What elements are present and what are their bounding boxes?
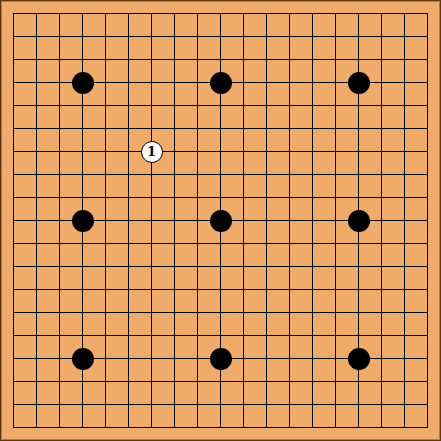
intersection xyxy=(186,393,209,416)
intersection xyxy=(94,163,117,186)
intersection xyxy=(278,186,301,209)
intersection xyxy=(416,163,439,186)
intersection xyxy=(301,255,324,278)
intersection xyxy=(255,416,278,439)
intersection xyxy=(94,393,117,416)
intersection xyxy=(232,140,255,163)
intersection xyxy=(71,347,94,370)
intersection xyxy=(186,324,209,347)
intersection xyxy=(232,255,255,278)
intersection xyxy=(301,163,324,186)
intersection xyxy=(2,232,25,255)
intersection xyxy=(255,370,278,393)
intersection xyxy=(209,186,232,209)
move-number-label: 1 xyxy=(147,145,156,158)
intersection xyxy=(71,117,94,140)
intersection xyxy=(347,393,370,416)
intersection xyxy=(416,301,439,324)
intersection xyxy=(25,370,48,393)
intersection xyxy=(393,347,416,370)
intersection xyxy=(232,209,255,232)
intersection xyxy=(416,209,439,232)
intersection xyxy=(278,301,301,324)
intersection xyxy=(48,25,71,48)
intersection xyxy=(209,117,232,140)
intersection xyxy=(94,71,117,94)
intersection xyxy=(370,186,393,209)
intersection xyxy=(232,324,255,347)
intersection xyxy=(117,163,140,186)
intersection xyxy=(71,393,94,416)
intersection xyxy=(25,48,48,71)
intersection xyxy=(71,94,94,117)
intersection xyxy=(117,71,140,94)
intersection xyxy=(232,163,255,186)
intersection xyxy=(140,393,163,416)
intersection xyxy=(370,370,393,393)
intersection xyxy=(186,347,209,370)
intersection xyxy=(278,71,301,94)
intersection xyxy=(232,186,255,209)
intersection xyxy=(25,140,48,163)
intersection xyxy=(393,117,416,140)
intersection xyxy=(163,94,186,117)
intersection xyxy=(416,393,439,416)
intersection xyxy=(301,94,324,117)
intersection xyxy=(94,416,117,439)
intersection xyxy=(186,255,209,278)
intersection xyxy=(140,163,163,186)
black-stone xyxy=(210,210,232,232)
intersection xyxy=(255,186,278,209)
intersection xyxy=(209,209,232,232)
intersection xyxy=(324,2,347,25)
intersection xyxy=(117,416,140,439)
intersection xyxy=(117,48,140,71)
intersection xyxy=(163,393,186,416)
intersection xyxy=(416,232,439,255)
intersection xyxy=(94,347,117,370)
intersection xyxy=(347,140,370,163)
intersection xyxy=(2,117,25,140)
intersection xyxy=(347,163,370,186)
intersection xyxy=(324,232,347,255)
intersection xyxy=(2,71,25,94)
intersection xyxy=(301,324,324,347)
intersection xyxy=(140,25,163,48)
intersection xyxy=(71,324,94,347)
intersection xyxy=(2,416,25,439)
intersection xyxy=(255,140,278,163)
intersection xyxy=(48,416,71,439)
intersection xyxy=(186,163,209,186)
intersection xyxy=(393,25,416,48)
intersection xyxy=(163,140,186,163)
intersection xyxy=(163,117,186,140)
intersection xyxy=(278,94,301,117)
intersection xyxy=(370,347,393,370)
intersection xyxy=(140,117,163,140)
intersection xyxy=(347,255,370,278)
intersection xyxy=(393,71,416,94)
intersection xyxy=(347,2,370,25)
intersection xyxy=(370,2,393,25)
intersection xyxy=(163,255,186,278)
intersection xyxy=(209,2,232,25)
intersection xyxy=(209,347,232,370)
intersection xyxy=(94,301,117,324)
intersection xyxy=(301,117,324,140)
intersection xyxy=(163,25,186,48)
black-stone xyxy=(72,72,94,94)
intersection xyxy=(71,255,94,278)
intersection xyxy=(25,2,48,25)
intersection xyxy=(163,232,186,255)
intersection xyxy=(255,117,278,140)
intersection xyxy=(324,393,347,416)
intersection xyxy=(48,94,71,117)
intersection xyxy=(48,255,71,278)
intersection xyxy=(278,48,301,71)
intersection xyxy=(232,416,255,439)
intersection xyxy=(94,324,117,347)
intersection xyxy=(117,324,140,347)
intersection xyxy=(416,370,439,393)
intersection xyxy=(186,25,209,48)
intersection xyxy=(301,25,324,48)
intersection xyxy=(347,25,370,48)
intersection xyxy=(416,416,439,439)
intersection xyxy=(301,301,324,324)
intersection xyxy=(2,370,25,393)
intersection xyxy=(71,140,94,163)
intersection xyxy=(186,94,209,117)
intersection xyxy=(2,278,25,301)
intersection xyxy=(2,255,25,278)
intersection xyxy=(370,94,393,117)
intersection xyxy=(140,186,163,209)
black-stone xyxy=(348,210,370,232)
intersection xyxy=(117,140,140,163)
intersection xyxy=(48,232,71,255)
intersection xyxy=(347,416,370,439)
intersection xyxy=(94,94,117,117)
intersection xyxy=(347,94,370,117)
intersection xyxy=(347,324,370,347)
intersection xyxy=(71,2,94,25)
intersection xyxy=(278,25,301,48)
intersection xyxy=(209,71,232,94)
intersection xyxy=(232,393,255,416)
intersection xyxy=(71,370,94,393)
intersection xyxy=(71,278,94,301)
intersection xyxy=(416,71,439,94)
black-stone xyxy=(348,348,370,370)
intersection xyxy=(94,186,117,209)
intersection xyxy=(71,232,94,255)
intersection xyxy=(71,25,94,48)
intersection xyxy=(232,370,255,393)
intersection xyxy=(370,393,393,416)
intersection xyxy=(324,301,347,324)
intersection xyxy=(186,209,209,232)
intersection xyxy=(25,94,48,117)
intersection xyxy=(301,48,324,71)
intersection xyxy=(393,94,416,117)
intersection xyxy=(2,94,25,117)
intersection xyxy=(117,117,140,140)
intersection xyxy=(370,324,393,347)
intersection xyxy=(186,140,209,163)
intersection xyxy=(140,2,163,25)
intersection xyxy=(347,209,370,232)
black-stone xyxy=(72,348,94,370)
intersection xyxy=(255,278,278,301)
intersection xyxy=(416,324,439,347)
intersection xyxy=(232,48,255,71)
intersection xyxy=(393,370,416,393)
intersection xyxy=(140,347,163,370)
intersection xyxy=(163,71,186,94)
intersection xyxy=(370,416,393,439)
intersection xyxy=(393,255,416,278)
intersection xyxy=(2,48,25,71)
intersection xyxy=(393,393,416,416)
intersection xyxy=(140,416,163,439)
intersection xyxy=(301,278,324,301)
black-stone xyxy=(348,72,370,94)
intersection xyxy=(94,25,117,48)
intersection xyxy=(278,140,301,163)
intersection xyxy=(140,278,163,301)
intersection xyxy=(48,48,71,71)
intersection xyxy=(48,71,71,94)
intersection xyxy=(25,117,48,140)
intersection xyxy=(232,278,255,301)
intersection xyxy=(71,301,94,324)
intersection xyxy=(25,186,48,209)
intersection xyxy=(393,209,416,232)
intersection xyxy=(278,2,301,25)
intersection xyxy=(140,232,163,255)
intersection xyxy=(163,163,186,186)
intersection xyxy=(324,255,347,278)
intersection xyxy=(2,347,25,370)
intersection xyxy=(25,347,48,370)
intersection xyxy=(324,163,347,186)
intersection xyxy=(347,186,370,209)
intersection xyxy=(48,347,71,370)
intersection xyxy=(2,163,25,186)
intersection xyxy=(25,255,48,278)
intersection xyxy=(301,370,324,393)
intersection xyxy=(301,140,324,163)
intersection xyxy=(255,301,278,324)
intersection xyxy=(117,278,140,301)
intersection xyxy=(301,347,324,370)
intersection xyxy=(209,324,232,347)
intersection xyxy=(71,186,94,209)
intersection xyxy=(94,2,117,25)
intersection xyxy=(25,416,48,439)
intersection xyxy=(186,71,209,94)
intersection xyxy=(186,232,209,255)
intersection xyxy=(140,370,163,393)
intersection xyxy=(2,301,25,324)
intersection xyxy=(186,2,209,25)
intersection xyxy=(140,94,163,117)
intersection xyxy=(347,232,370,255)
intersection xyxy=(140,324,163,347)
intersection xyxy=(25,71,48,94)
intersection xyxy=(48,393,71,416)
intersection xyxy=(117,301,140,324)
intersection xyxy=(370,163,393,186)
intersection xyxy=(347,347,370,370)
intersection xyxy=(416,25,439,48)
intersection xyxy=(163,48,186,71)
intersection xyxy=(71,163,94,186)
intersection xyxy=(2,25,25,48)
intersection xyxy=(94,232,117,255)
intersection xyxy=(301,186,324,209)
intersection xyxy=(278,209,301,232)
intersection xyxy=(2,186,25,209)
intersection xyxy=(370,48,393,71)
intersection xyxy=(117,232,140,255)
intersection xyxy=(324,140,347,163)
intersection xyxy=(117,255,140,278)
intersection xyxy=(232,347,255,370)
intersection xyxy=(2,393,25,416)
intersection xyxy=(255,347,278,370)
intersection xyxy=(324,94,347,117)
intersection xyxy=(324,370,347,393)
intersection xyxy=(278,232,301,255)
intersection xyxy=(370,255,393,278)
intersection xyxy=(140,71,163,94)
intersection xyxy=(416,94,439,117)
intersection xyxy=(48,324,71,347)
intersection xyxy=(25,324,48,347)
intersection xyxy=(255,324,278,347)
intersection xyxy=(393,301,416,324)
intersection xyxy=(324,347,347,370)
intersection xyxy=(255,25,278,48)
intersection xyxy=(186,370,209,393)
intersection xyxy=(48,209,71,232)
black-stone xyxy=(210,72,232,94)
intersection xyxy=(25,209,48,232)
intersection xyxy=(71,209,94,232)
intersection xyxy=(393,232,416,255)
intersection xyxy=(232,117,255,140)
intersection xyxy=(209,232,232,255)
intersection xyxy=(324,186,347,209)
intersection xyxy=(94,48,117,71)
intersection xyxy=(278,347,301,370)
intersection xyxy=(324,117,347,140)
intersection xyxy=(94,370,117,393)
intersection xyxy=(324,416,347,439)
intersection xyxy=(117,94,140,117)
intersection xyxy=(163,186,186,209)
intersection xyxy=(278,117,301,140)
intersection xyxy=(278,370,301,393)
intersection xyxy=(2,324,25,347)
intersection xyxy=(370,209,393,232)
intersection xyxy=(370,301,393,324)
intersection xyxy=(301,2,324,25)
intersection xyxy=(278,324,301,347)
intersection xyxy=(416,347,439,370)
intersection xyxy=(255,2,278,25)
intersection xyxy=(347,71,370,94)
intersection xyxy=(393,324,416,347)
intersection xyxy=(140,255,163,278)
intersection xyxy=(117,370,140,393)
intersection xyxy=(370,71,393,94)
intersection xyxy=(163,209,186,232)
intersection xyxy=(71,416,94,439)
intersection xyxy=(255,163,278,186)
intersection xyxy=(94,278,117,301)
intersection xyxy=(117,2,140,25)
intersection xyxy=(278,255,301,278)
intersection xyxy=(48,140,71,163)
intersection xyxy=(347,301,370,324)
board-grid: 1 xyxy=(2,2,439,439)
intersection xyxy=(301,209,324,232)
intersection xyxy=(347,278,370,301)
intersection xyxy=(301,71,324,94)
intersection xyxy=(255,255,278,278)
intersection xyxy=(416,255,439,278)
intersection xyxy=(94,140,117,163)
intersection xyxy=(209,416,232,439)
intersection xyxy=(347,48,370,71)
intersection xyxy=(209,370,232,393)
intersection xyxy=(25,25,48,48)
intersection xyxy=(324,278,347,301)
intersection xyxy=(163,301,186,324)
intersection xyxy=(416,117,439,140)
intersection xyxy=(186,186,209,209)
intersection xyxy=(209,48,232,71)
intersection xyxy=(209,278,232,301)
black-stone xyxy=(72,210,94,232)
intersection xyxy=(347,370,370,393)
intersection xyxy=(209,94,232,117)
intersection xyxy=(209,25,232,48)
intersection xyxy=(232,232,255,255)
intersection xyxy=(301,416,324,439)
intersection xyxy=(163,347,186,370)
intersection xyxy=(278,393,301,416)
intersection xyxy=(255,232,278,255)
intersection xyxy=(25,232,48,255)
intersection xyxy=(301,393,324,416)
intersection xyxy=(232,301,255,324)
intersection xyxy=(163,278,186,301)
intersection xyxy=(255,94,278,117)
intersection xyxy=(232,94,255,117)
intersection xyxy=(163,324,186,347)
intersection xyxy=(94,209,117,232)
intersection xyxy=(48,186,71,209)
intersection xyxy=(140,209,163,232)
intersection xyxy=(94,117,117,140)
